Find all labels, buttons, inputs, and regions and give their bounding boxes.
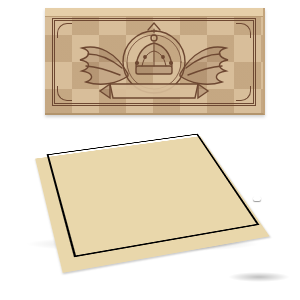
brand-banner [100,84,208,98]
brass-clasp-icon [253,196,261,201]
product-box [45,8,265,115]
floor-pieces-shadow [228,272,290,282]
crown-crest [64,14,244,114]
product-photo [0,0,300,300]
crown-icon [136,29,173,74]
